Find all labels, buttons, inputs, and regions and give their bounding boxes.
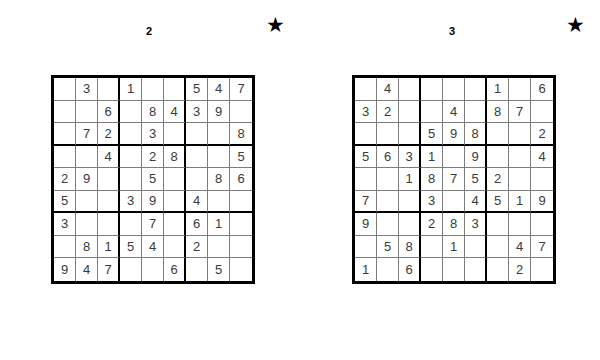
sudoku-cell-right-r4c6: 9 bbox=[465, 146, 487, 169]
sudoku-cell-left-r5c4[interactable] bbox=[120, 168, 142, 191]
sudoku-cell-right-r4c7[interactable] bbox=[487, 146, 509, 169]
sudoku-cell-left-r3c4[interactable] bbox=[120, 123, 142, 146]
sudoku-cell-right-r3c4: 5 bbox=[421, 123, 443, 146]
sudoku-cell-left-r6c5: 9 bbox=[142, 191, 164, 214]
sudoku-cell-left-r1c7: 5 bbox=[186, 78, 208, 101]
sudoku-cell-right-r4c2: 6 bbox=[377, 146, 399, 169]
sudoku-cell-left-r7c7: 6 bbox=[186, 213, 208, 236]
sudoku-cell-right-r5c5: 7 bbox=[443, 168, 465, 191]
sudoku-cell-right-r9c4[interactable] bbox=[421, 258, 443, 281]
sudoku-cell-left-r8c5: 4 bbox=[142, 236, 164, 259]
sudoku-cell-right-r1c9: 6 bbox=[531, 78, 553, 101]
sudoku-cell-left-r1c3[interactable] bbox=[98, 78, 120, 101]
sudoku-cell-left-r6c6[interactable] bbox=[164, 191, 186, 214]
sudoku-cell-right-r2c6[interactable] bbox=[465, 101, 487, 124]
sudoku-cell-left-r8c1[interactable] bbox=[54, 236, 76, 259]
sudoku-cell-right-r9c9[interactable] bbox=[531, 258, 553, 281]
sudoku-cell-left-r5c6[interactable] bbox=[164, 168, 186, 191]
sudoku-cell-right-r8c9: 7 bbox=[531, 236, 553, 259]
sudoku-cell-right-r6c8: 1 bbox=[509, 191, 531, 214]
sudoku-cell-left-r6c9[interactable] bbox=[230, 191, 252, 214]
sudoku-cell-left-r2c2[interactable] bbox=[76, 101, 98, 124]
sudoku-cell-right-r5c8[interactable] bbox=[509, 168, 531, 191]
sudoku-cell-right-r3c7[interactable] bbox=[487, 123, 509, 146]
sudoku-cell-right-r9c3: 6 bbox=[399, 258, 421, 281]
sudoku-cell-left-r4c1[interactable] bbox=[54, 146, 76, 169]
sudoku-cell-right-r7c5: 8 bbox=[443, 213, 465, 236]
sudoku-cell-left-r8c8[interactable] bbox=[208, 236, 230, 259]
sudoku-cell-right-r2c9[interactable] bbox=[531, 101, 553, 124]
sudoku-cell-left-r2c3: 6 bbox=[98, 101, 120, 124]
sudoku-cell-left-r2c7: 3 bbox=[186, 101, 208, 124]
sudoku-cell-right-r5c1[interactable] bbox=[355, 168, 377, 191]
sudoku-cell-left-r8c4: 5 bbox=[120, 236, 142, 259]
sudoku-cell-right-r3c3[interactable] bbox=[399, 123, 421, 146]
sudoku-cell-right-r3c6: 8 bbox=[465, 123, 487, 146]
sudoku-cell-left-r1c5[interactable] bbox=[142, 78, 164, 101]
sudoku-cell-right-r5c6: 5 bbox=[465, 168, 487, 191]
sudoku-cell-right-r1c7: 1 bbox=[487, 78, 509, 101]
sudoku-cell-left-r2c8: 9 bbox=[208, 101, 230, 124]
sudoku-cell-right-r4c4: 1 bbox=[421, 146, 443, 169]
sudoku-cell-right-r6c5[interactable] bbox=[443, 191, 465, 214]
sudoku-cell-left-r6c1: 5 bbox=[54, 191, 76, 214]
sudoku-cell-left-r7c3[interactable] bbox=[98, 213, 120, 236]
sudoku-cell-right-r2c2: 2 bbox=[377, 101, 399, 124]
sudoku-cell-right-r7c6: 3 bbox=[465, 213, 487, 236]
sudoku-cell-left-r6c3[interactable] bbox=[98, 191, 120, 214]
sudoku-cell-right-r9c2[interactable] bbox=[377, 258, 399, 281]
sudoku-cell-right-r2c3[interactable] bbox=[399, 101, 421, 124]
sudoku-cell-right-r1c2: 4 bbox=[377, 78, 399, 101]
sudoku-cell-right-r7c2[interactable] bbox=[377, 213, 399, 236]
sudoku-cell-right-r2c7: 8 bbox=[487, 101, 509, 124]
sudoku-cell-left-r1c2: 3 bbox=[76, 78, 98, 101]
sudoku-cell-left-r2c4[interactable] bbox=[120, 101, 142, 124]
sudoku-cell-left-r5c3[interactable] bbox=[98, 168, 120, 191]
sudoku-cell-left-r8c3: 1 bbox=[98, 236, 120, 259]
sudoku-cell-right-r2c8: 7 bbox=[509, 101, 531, 124]
sudoku-cell-left-r3c7[interactable] bbox=[186, 123, 208, 146]
puzzle-page: 2 ★ 3 ★ 31547684397238428529586539437618… bbox=[0, 0, 600, 360]
sudoku-cell-left-r9c1: 9 bbox=[54, 258, 76, 281]
sudoku-cell-right-r3c8[interactable] bbox=[509, 123, 531, 146]
sudoku-cell-right-r8c3: 8 bbox=[399, 236, 421, 259]
sudoku-cell-right-r9c7[interactable] bbox=[487, 258, 509, 281]
sudoku-cell-right-r9c5[interactable] bbox=[443, 258, 465, 281]
sudoku-cell-right-r6c1: 7 bbox=[355, 191, 377, 214]
sudoku-cell-right-r3c9: 2 bbox=[531, 123, 553, 146]
sudoku-cell-left-r1c8: 4 bbox=[208, 78, 230, 101]
sudoku-cell-right-r9c8: 2 bbox=[509, 258, 531, 281]
sudoku-cell-left-r5c8: 8 bbox=[208, 168, 230, 191]
sudoku-cell-right-r1c3[interactable] bbox=[399, 78, 421, 101]
sudoku-cell-left-r9c9[interactable] bbox=[230, 258, 252, 281]
sudoku-cell-right-r7c4: 2 bbox=[421, 213, 443, 236]
sudoku-cell-left-r9c4[interactable] bbox=[120, 258, 142, 281]
sudoku-cell-right-r2c1: 3 bbox=[355, 101, 377, 124]
sudoku-cell-right-r1c5[interactable] bbox=[443, 78, 465, 101]
sudoku-cell-right-r7c1: 9 bbox=[355, 213, 377, 236]
sudoku-cell-left-r2c6: 4 bbox=[164, 101, 186, 124]
sudoku-cell-right-r5c2[interactable] bbox=[377, 168, 399, 191]
sudoku-cell-left-r9c2: 4 bbox=[76, 258, 98, 281]
sudoku-cell-left-r7c8: 1 bbox=[208, 213, 230, 236]
sudoku-cell-right-r8c5: 1 bbox=[443, 236, 465, 259]
sudoku-cell-left-r5c1: 2 bbox=[54, 168, 76, 191]
sudoku-cell-right-r6c6: 4 bbox=[465, 191, 487, 214]
sudoku-cell-left-r3c5: 3 bbox=[142, 123, 164, 146]
sudoku-cell-left-r2c5: 8 bbox=[142, 101, 164, 124]
sudoku-cell-left-r7c4[interactable] bbox=[120, 213, 142, 236]
sudoku-cell-left-r3c9: 8 bbox=[230, 123, 252, 146]
sudoku-cell-left-r7c2[interactable] bbox=[76, 213, 98, 236]
sudoku-cell-right-r5c4: 8 bbox=[421, 168, 443, 191]
sudoku-cell-right-r1c6[interactable] bbox=[465, 78, 487, 101]
sudoku-cell-left-r4c3: 4 bbox=[98, 146, 120, 169]
sudoku-cell-left-r4c7[interactable] bbox=[186, 146, 208, 169]
sudoku-cell-left-r4c8[interactable] bbox=[208, 146, 230, 169]
sudoku-cell-left-r6c2[interactable] bbox=[76, 191, 98, 214]
sudoku-cell-left-r2c9[interactable] bbox=[230, 101, 252, 124]
sudoku-cell-right-r8c8: 4 bbox=[509, 236, 531, 259]
sudoku-cell-right-r2c5: 4 bbox=[443, 101, 465, 124]
sudoku-cell-left-r1c9: 7 bbox=[230, 78, 252, 101]
sudoku-cell-right-r4c3: 3 bbox=[399, 146, 421, 169]
sudoku-cell-left-r5c5: 5 bbox=[142, 168, 164, 191]
sudoku-cell-left-r5c7[interactable] bbox=[186, 168, 208, 191]
sudoku-cell-left-r7c9[interactable] bbox=[230, 213, 252, 236]
sudoku-cell-left-r4c2[interactable] bbox=[76, 146, 98, 169]
sudoku-cell-left-r5c9: 6 bbox=[230, 168, 252, 191]
sudoku-cell-left-r2c1[interactable] bbox=[54, 101, 76, 124]
sudoku-cell-left-r3c2: 7 bbox=[76, 123, 98, 146]
sudoku-cell-left-r3c8[interactable] bbox=[208, 123, 230, 146]
sudoku-cell-right-r3c2[interactable] bbox=[377, 123, 399, 146]
sudoku-cell-right-r4c1: 5 bbox=[355, 146, 377, 169]
sudoku-cell-left-r8c9[interactable] bbox=[230, 236, 252, 259]
sudoku-cell-right-r6c9: 9 bbox=[531, 191, 553, 214]
puzzle-number-right: 3 bbox=[350, 25, 554, 37]
sudoku-cell-left-r6c7: 4 bbox=[186, 191, 208, 214]
sudoku-cell-left-r6c4: 3 bbox=[120, 191, 142, 214]
sudoku-cell-right-r6c2[interactable] bbox=[377, 191, 399, 214]
sudoku-cell-right-r9c1: 1 bbox=[355, 258, 377, 281]
sudoku-cell-left-r1c4: 1 bbox=[120, 78, 142, 101]
sudoku-cell-left-r1c1[interactable] bbox=[54, 78, 76, 101]
sudoku-cell-left-r4c6: 8 bbox=[164, 146, 186, 169]
sudoku-cell-left-r7c1: 3 bbox=[54, 213, 76, 236]
sudoku-cell-right-r7c8[interactable] bbox=[509, 213, 531, 236]
sudoku-cell-left-r6c8[interactable] bbox=[208, 191, 230, 214]
sudoku-cell-right-r4c5[interactable] bbox=[443, 146, 465, 169]
sudoku-cell-left-r9c7[interactable] bbox=[186, 258, 208, 281]
sudoku-cell-right-r6c3[interactable] bbox=[399, 191, 421, 214]
sudoku-cell-left-r7c5: 7 bbox=[142, 213, 164, 236]
sudoku-cell-right-r8c6[interactable] bbox=[465, 236, 487, 259]
sudoku-cell-right-r4c9: 4 bbox=[531, 146, 553, 169]
sudoku-cell-left-r4c5: 2 bbox=[142, 146, 164, 169]
sudoku-cell-left-r3c6[interactable] bbox=[164, 123, 186, 146]
sudoku-cell-right-r5c7: 2 bbox=[487, 168, 509, 191]
sudoku-cell-right-r3c5: 9 bbox=[443, 123, 465, 146]
sudoku-cell-right-r1c8[interactable] bbox=[509, 78, 531, 101]
sudoku-cell-left-r9c5[interactable] bbox=[142, 258, 164, 281]
sudoku-grid-left: 3154768439723842852958653943761815429476… bbox=[51, 75, 255, 284]
sudoku-cell-right-r2c4[interactable] bbox=[421, 101, 443, 124]
sudoku-cell-right-r1c4[interactable] bbox=[421, 78, 443, 101]
sudoku-cell-left-r8c2: 8 bbox=[76, 236, 98, 259]
difficulty-star-icon-right: ★ bbox=[566, 14, 585, 35]
sudoku-cell-left-r1c6[interactable] bbox=[164, 78, 186, 101]
sudoku-cell-right-r9c6[interactable] bbox=[465, 258, 487, 281]
difficulty-star-icon-left: ★ bbox=[266, 14, 285, 35]
sudoku-cell-left-r8c6[interactable] bbox=[164, 236, 186, 259]
sudoku-cell-left-r9c3: 7 bbox=[98, 258, 120, 281]
sudoku-cell-right-r8c2: 5 bbox=[377, 236, 399, 259]
sudoku-cell-left-r9c6: 6 bbox=[164, 258, 186, 281]
sudoku-cell-left-r4c4[interactable] bbox=[120, 146, 142, 169]
sudoku-cell-left-r8c7: 2 bbox=[186, 236, 208, 259]
sudoku-cell-right-r1c1[interactable] bbox=[355, 78, 377, 101]
sudoku-cell-right-r7c3[interactable] bbox=[399, 213, 421, 236]
sudoku-cell-left-r5c2: 9 bbox=[76, 168, 98, 191]
sudoku-cell-right-r6c7: 5 bbox=[487, 191, 509, 214]
sudoku-cell-right-r8c1[interactable] bbox=[355, 236, 377, 259]
sudoku-cell-right-r4c8[interactable] bbox=[509, 146, 531, 169]
sudoku-cell-right-r5c9[interactable] bbox=[531, 168, 553, 191]
sudoku-cell-left-r3c3: 2 bbox=[98, 123, 120, 146]
sudoku-cell-right-r6c4: 3 bbox=[421, 191, 443, 214]
sudoku-cell-right-r8c4[interactable] bbox=[421, 236, 443, 259]
sudoku-cell-right-r7c9[interactable] bbox=[531, 213, 553, 236]
sudoku-cell-left-r7c6[interactable] bbox=[164, 213, 186, 236]
sudoku-cell-right-r7c7[interactable] bbox=[487, 213, 509, 236]
sudoku-cell-right-r5c3: 1 bbox=[399, 168, 421, 191]
sudoku-cell-left-r4c9: 5 bbox=[230, 146, 252, 169]
sudoku-cell-left-r3c1[interactable] bbox=[54, 123, 76, 146]
puzzle-number-left: 2 bbox=[47, 25, 251, 37]
sudoku-cell-right-r3c1[interactable] bbox=[355, 123, 377, 146]
sudoku-cell-left-r9c8: 5 bbox=[208, 258, 230, 281]
sudoku-cell-right-r8c7[interactable] bbox=[487, 236, 509, 259]
sudoku-grid-right: 4163248759825631941875273451992835814716… bbox=[352, 75, 556, 284]
